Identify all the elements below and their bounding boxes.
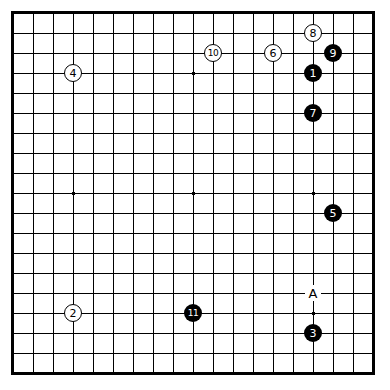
black-stone-move-5: 5 (324, 204, 342, 222)
white-stone-move-2: 2 (64, 304, 82, 322)
black-stone-move-7: 7 (304, 104, 322, 122)
white-stone-move-10: 10 (204, 44, 222, 62)
black-stone-move-11: 11 (184, 304, 202, 322)
star-point-hoshi (72, 192, 75, 195)
black-stone-move-3: 3 (304, 324, 322, 342)
white-stone-move-8: 8 (304, 24, 322, 42)
go-board: 1234567891011A (0, 0, 390, 390)
black-stone-move-1: 1 (304, 64, 322, 82)
board-intersections-grid[interactable]: 1234567891011A (3, 3, 383, 383)
star-point-hoshi (312, 192, 315, 195)
point-label-A: A (305, 285, 321, 301)
star-point-hoshi (192, 72, 195, 75)
star-point-hoshi (192, 192, 195, 195)
white-stone-move-6: 6 (264, 44, 282, 62)
white-stone-move-4: 4 (64, 64, 82, 82)
star-point-hoshi (312, 312, 315, 315)
black-stone-move-9: 9 (324, 44, 342, 62)
